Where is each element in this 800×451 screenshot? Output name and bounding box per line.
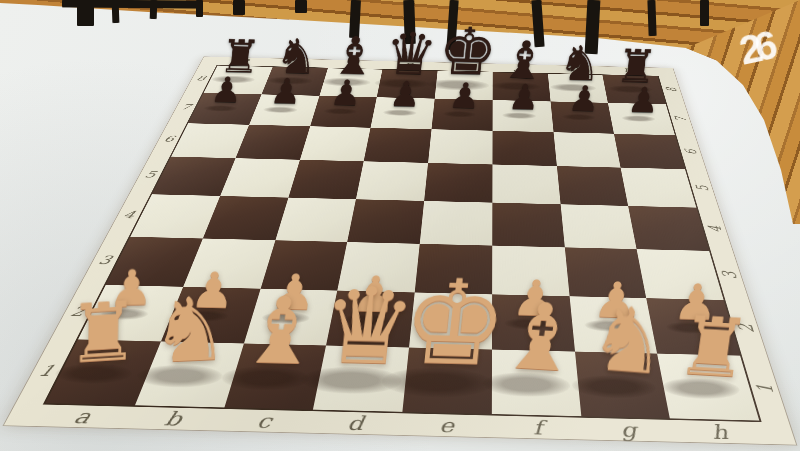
square-e1 [402,348,491,414]
file-label-top-b: b [272,58,330,67]
square-d6 [364,128,432,163]
square-c4 [275,198,356,242]
square-g2 [569,296,657,354]
square-b8 [261,67,327,96]
square-c3 [260,240,347,290]
square-e8 [435,71,493,100]
square-g8 [548,74,608,103]
square-f8 [492,72,550,101]
square-g5 [557,166,629,206]
square-d3 [338,242,420,292]
file-label-top-e: e [438,62,493,71]
square-f7 [492,100,553,132]
file-label-top-h: h [602,66,659,75]
chess-board: aabbccddeeffgghh1122334455667788 ♜♞♝♛♚♝♞… [4,57,796,445]
photo-scene: aabbccddeeffgghh1122334455667788 ♜♞♝♛♚♝♞… [0,0,800,451]
square-e5 [424,163,492,203]
square-f3 [492,245,569,296]
square-g7 [550,101,614,133]
rank-label-right-8: 8 [642,85,701,95]
file-label-bottom-b: b [124,407,223,431]
square-e3 [415,244,492,294]
file-label-top-g: g [547,65,603,74]
rank-label-right-4: 4 [678,222,753,237]
square-e6 [428,129,492,165]
square-f5 [492,165,560,205]
rank-label-right-3: 3 [690,267,770,284]
square-e7 [432,99,493,131]
file-label-bottom-d: d [308,411,402,435]
square-b7 [249,94,319,126]
square-d2 [326,290,415,347]
rank-label-right-1: 1 [719,378,800,400]
board-vinyl-mat: aabbccddeeffgghh1122334455667788 [4,57,796,445]
file-label-top-c: c [327,60,384,69]
square-f4 [492,203,564,248]
rank-label-right-2: 2 [703,318,789,337]
square-g1 [575,352,670,419]
square-c6 [300,126,371,161]
file-label-bottom-e: e [400,413,492,437]
rank-label-right-6: 6 [658,146,724,158]
file-label-bottom-g: g [582,418,676,442]
file-label-bottom-c: c [216,409,312,433]
square-d8 [377,70,438,99]
file-label-top-f: f [493,64,548,73]
rank-label-right-5: 5 [667,181,737,194]
file-label-top-a: a [217,57,275,66]
rank-label-right-7: 7 [649,114,711,125]
file-label-bottom-a: a [32,405,133,429]
file-label-top-d: d [382,61,438,70]
square-g4 [560,204,637,249]
file-label-bottom-f: f [492,416,584,440]
square-e2 [409,292,492,350]
square-f6 [492,131,556,167]
square-c1 [224,344,326,410]
square-c7 [310,96,377,128]
square-d5 [356,161,428,201]
square-c2 [243,288,337,345]
square-d1 [313,346,409,412]
square-g3 [564,247,646,298]
square-c5 [288,160,364,199]
square-d7 [371,97,435,129]
file-label-bottom-h: h [672,420,768,444]
square-d4 [347,199,424,243]
square-c8 [319,68,382,97]
square-e4 [420,201,492,246]
board-perspective-wrapper: aabbccddeeffgghh1122334455667788 ♜♞♝♛♚♝♞… [0,0,800,451]
square-g6 [553,132,621,168]
square-f2 [492,294,575,352]
square-b6 [235,125,310,160]
square-b5 [220,158,300,197]
square-f1 [492,350,581,416]
